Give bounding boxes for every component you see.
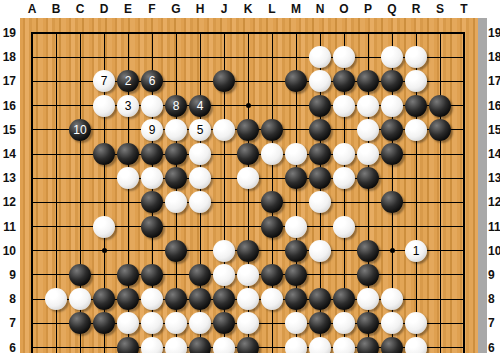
intersection[interactable] <box>284 311 308 335</box>
intersection[interactable]: 3 <box>116 94 140 118</box>
intersection[interactable] <box>404 45 428 69</box>
intersection[interactable] <box>236 118 260 142</box>
intersection[interactable] <box>428 142 452 166</box>
intersection[interactable] <box>452 263 476 287</box>
intersection[interactable] <box>356 21 380 45</box>
intersection[interactable] <box>332 287 356 311</box>
intersection[interactable]: 7 <box>92 69 116 93</box>
grid-line-horizontal <box>236 32 260 34</box>
intersection[interactable] <box>20 335 44 353</box>
intersection[interactable] <box>260 287 284 311</box>
intersection[interactable] <box>116 311 140 335</box>
intersection[interactable] <box>452 311 476 335</box>
intersection[interactable] <box>44 118 68 142</box>
intersection[interactable] <box>68 263 92 287</box>
intersection[interactable] <box>44 69 68 93</box>
move-number-label: 7 <box>101 75 108 87</box>
intersection[interactable] <box>452 287 476 311</box>
intersection[interactable] <box>428 190 452 214</box>
intersection[interactable] <box>92 190 116 214</box>
intersection[interactable] <box>452 21 476 45</box>
intersection[interactable] <box>236 69 260 93</box>
row-label: 16 <box>488 98 500 114</box>
intersection[interactable] <box>20 287 44 311</box>
intersection[interactable] <box>44 263 68 287</box>
intersection[interactable] <box>308 94 332 118</box>
intersection[interactable] <box>20 311 44 335</box>
intersection[interactable] <box>188 263 212 287</box>
row-label: 16 <box>0 98 16 114</box>
intersection[interactable] <box>188 69 212 93</box>
black-stone <box>285 70 307 92</box>
black-stone <box>213 70 235 92</box>
go-board: 72638410951 <box>20 18 478 353</box>
intersection[interactable] <box>68 45 92 69</box>
intersection[interactable] <box>380 69 404 93</box>
intersection[interactable] <box>236 311 260 335</box>
intersection[interactable] <box>404 287 428 311</box>
intersection[interactable] <box>212 311 236 335</box>
intersection[interactable] <box>140 287 164 311</box>
intersection[interactable] <box>212 94 236 118</box>
intersection[interactable] <box>260 94 284 118</box>
intersection[interactable] <box>140 94 164 118</box>
intersection[interactable] <box>92 118 116 142</box>
intersection[interactable] <box>284 287 308 311</box>
intersection[interactable] <box>332 335 356 353</box>
intersection[interactable] <box>404 69 428 93</box>
black-stone <box>261 119 283 141</box>
intersection[interactable] <box>140 190 164 214</box>
intersection[interactable] <box>308 311 332 335</box>
intersection[interactable] <box>92 263 116 287</box>
white-stone: 7 <box>93 70 115 92</box>
intersection[interactable] <box>212 287 236 311</box>
intersection[interactable] <box>284 263 308 287</box>
intersection[interactable] <box>356 190 380 214</box>
intersection[interactable] <box>164 263 188 287</box>
intersection[interactable] <box>260 45 284 69</box>
intersection[interactable] <box>44 239 68 263</box>
intersection[interactable] <box>20 69 44 93</box>
intersection[interactable] <box>284 239 308 263</box>
intersection[interactable] <box>380 166 404 190</box>
intersection[interactable] <box>284 45 308 69</box>
intersection[interactable] <box>284 190 308 214</box>
intersection[interactable] <box>164 118 188 142</box>
intersection[interactable] <box>308 263 332 287</box>
intersection[interactable] <box>188 239 212 263</box>
intersection[interactable] <box>20 166 44 190</box>
intersection[interactable]: 10 <box>68 118 92 142</box>
intersection[interactable] <box>44 287 68 311</box>
intersection[interactable] <box>380 118 404 142</box>
intersection[interactable] <box>20 118 44 142</box>
grid-line-vertical <box>56 335 57 353</box>
intersection[interactable] <box>44 190 68 214</box>
intersection[interactable] <box>236 263 260 287</box>
intersection[interactable] <box>140 21 164 45</box>
intersection[interactable] <box>92 287 116 311</box>
intersection[interactable] <box>140 215 164 239</box>
intersection[interactable] <box>380 215 404 239</box>
intersection[interactable] <box>308 118 332 142</box>
intersection[interactable] <box>44 142 68 166</box>
column-label: G <box>164 1 188 17</box>
intersection[interactable] <box>356 69 380 93</box>
intersection[interactable] <box>332 142 356 166</box>
intersection[interactable] <box>356 287 380 311</box>
grid-line-horizontal <box>31 250 44 251</box>
intersection[interactable] <box>308 239 332 263</box>
intersection[interactable] <box>236 287 260 311</box>
intersection[interactable] <box>212 21 236 45</box>
intersection[interactable] <box>164 239 188 263</box>
intersection[interactable] <box>68 69 92 93</box>
intersection[interactable]: 4 <box>188 94 212 118</box>
intersection[interactable] <box>428 21 452 45</box>
intersection[interactable] <box>332 69 356 93</box>
intersection[interactable]: 8 <box>164 94 188 118</box>
intersection[interactable] <box>308 142 332 166</box>
intersection[interactable] <box>68 166 92 190</box>
intersection[interactable] <box>20 239 44 263</box>
intersection[interactable] <box>380 287 404 311</box>
white-stone <box>405 70 427 92</box>
intersection[interactable] <box>20 190 44 214</box>
intersection[interactable] <box>44 21 68 45</box>
intersection[interactable] <box>284 215 308 239</box>
intersection[interactable] <box>140 239 164 263</box>
intersection[interactable] <box>284 335 308 353</box>
intersection[interactable] <box>140 335 164 353</box>
intersection[interactable] <box>380 45 404 69</box>
intersection[interactable] <box>356 166 380 190</box>
grid-line-horizontal <box>284 202 308 203</box>
intersection[interactable] <box>116 239 140 263</box>
intersection[interactable] <box>164 215 188 239</box>
intersection[interactable] <box>332 239 356 263</box>
intersection[interactable]: 2 <box>116 69 140 93</box>
intersection[interactable] <box>68 335 92 353</box>
intersection[interactable] <box>332 94 356 118</box>
intersection[interactable] <box>236 190 260 214</box>
intersection[interactable] <box>188 215 212 239</box>
intersection[interactable] <box>68 21 92 45</box>
intersection[interactable] <box>452 335 476 353</box>
intersection[interactable] <box>188 45 212 69</box>
intersection[interactable] <box>68 94 92 118</box>
intersection[interactable] <box>260 311 284 335</box>
intersection[interactable] <box>452 45 476 69</box>
intersection[interactable] <box>308 21 332 45</box>
intersection[interactable]: 1 <box>404 239 428 263</box>
intersection[interactable] <box>332 118 356 142</box>
intersection[interactable] <box>404 142 428 166</box>
intersection[interactable] <box>164 45 188 69</box>
intersection[interactable] <box>116 215 140 239</box>
intersection[interactable] <box>332 21 356 45</box>
intersection[interactable] <box>260 118 284 142</box>
intersection[interactable] <box>212 335 236 353</box>
intersection[interactable] <box>356 311 380 335</box>
intersection[interactable] <box>284 69 308 93</box>
intersection[interactable] <box>116 190 140 214</box>
intersection[interactable] <box>404 215 428 239</box>
intersection[interactable] <box>356 263 380 287</box>
intersection[interactable] <box>260 215 284 239</box>
intersection[interactable] <box>212 69 236 93</box>
grid-line-horizontal <box>116 32 140 34</box>
intersection[interactable] <box>428 166 452 190</box>
intersection[interactable] <box>404 21 428 45</box>
intersection[interactable] <box>308 69 332 93</box>
intersection[interactable] <box>236 142 260 166</box>
intersection[interactable] <box>44 166 68 190</box>
intersection[interactable] <box>68 190 92 214</box>
intersection[interactable] <box>92 166 116 190</box>
intersection[interactable] <box>404 190 428 214</box>
intersection[interactable] <box>284 94 308 118</box>
white-stone <box>285 143 307 165</box>
intersection[interactable] <box>308 287 332 311</box>
intersection[interactable] <box>92 215 116 239</box>
intersection[interactable] <box>140 311 164 335</box>
intersection[interactable]: 9 <box>140 118 164 142</box>
row-label: 13 <box>0 170 16 186</box>
intersection[interactable] <box>116 45 140 69</box>
intersection[interactable] <box>380 190 404 214</box>
intersection[interactable] <box>428 239 452 263</box>
intersection[interactable] <box>92 21 116 45</box>
intersection[interactable] <box>92 45 116 69</box>
intersection[interactable] <box>92 142 116 166</box>
intersection[interactable] <box>428 287 452 311</box>
intersection[interactable] <box>188 311 212 335</box>
intersection[interactable] <box>332 311 356 335</box>
intersection[interactable] <box>236 166 260 190</box>
intersection[interactable] <box>68 239 92 263</box>
intersection[interactable] <box>380 239 404 263</box>
intersection[interactable] <box>332 263 356 287</box>
intersection[interactable] <box>164 287 188 311</box>
intersection[interactable] <box>188 335 212 353</box>
intersection[interactable] <box>428 118 452 142</box>
intersection[interactable] <box>212 118 236 142</box>
column-label: C <box>68 1 92 17</box>
intersection[interactable] <box>260 142 284 166</box>
intersection[interactable] <box>332 190 356 214</box>
intersection[interactable] <box>20 142 44 166</box>
intersection[interactable]: 6 <box>140 69 164 93</box>
intersection[interactable] <box>116 166 140 190</box>
intersection[interactable] <box>260 263 284 287</box>
intersection[interactable] <box>20 45 44 69</box>
intersection[interactable] <box>260 190 284 214</box>
intersection[interactable] <box>236 335 260 353</box>
intersection[interactable] <box>236 94 260 118</box>
intersection[interactable] <box>356 239 380 263</box>
intersection[interactable] <box>380 142 404 166</box>
intersection[interactable] <box>212 215 236 239</box>
intersection[interactable] <box>260 166 284 190</box>
intersection[interactable] <box>188 21 212 45</box>
intersection[interactable] <box>452 94 476 118</box>
grid-line-horizontal <box>68 105 92 106</box>
intersection[interactable] <box>116 335 140 353</box>
white-stone <box>165 312 187 334</box>
intersection[interactable] <box>140 142 164 166</box>
intersection[interactable] <box>428 215 452 239</box>
intersection[interactable] <box>332 166 356 190</box>
intersection[interactable] <box>68 142 92 166</box>
intersection[interactable] <box>428 45 452 69</box>
intersection[interactable] <box>236 21 260 45</box>
intersection[interactable] <box>356 215 380 239</box>
intersection[interactable] <box>428 311 452 335</box>
intersection[interactable] <box>92 94 116 118</box>
intersection[interactable] <box>332 215 356 239</box>
intersection[interactable] <box>212 45 236 69</box>
intersection[interactable] <box>428 335 452 353</box>
white-stone <box>285 216 307 238</box>
intersection[interactable] <box>164 311 188 335</box>
intersection[interactable] <box>188 166 212 190</box>
intersection[interactable] <box>236 215 260 239</box>
white-stone: 5 <box>189 119 211 141</box>
intersection[interactable] <box>140 45 164 69</box>
intersection[interactable] <box>260 21 284 45</box>
intersection[interactable] <box>44 45 68 69</box>
intersection[interactable] <box>380 94 404 118</box>
intersection[interactable] <box>428 263 452 287</box>
intersection[interactable] <box>44 215 68 239</box>
intersection[interactable] <box>452 118 476 142</box>
intersection[interactable] <box>404 94 428 118</box>
intersection[interactable] <box>20 263 44 287</box>
intersection[interactable] <box>260 239 284 263</box>
intersection[interactable] <box>116 142 140 166</box>
intersection[interactable] <box>452 142 476 166</box>
row-label: 14 <box>488 146 500 162</box>
grid-line-horizontal <box>140 250 164 251</box>
intersection[interactable] <box>44 94 68 118</box>
intersection[interactable] <box>452 190 476 214</box>
intersection[interactable] <box>236 45 260 69</box>
intersection[interactable] <box>116 287 140 311</box>
intersection[interactable] <box>212 239 236 263</box>
intersection[interactable] <box>380 335 404 353</box>
intersection[interactable] <box>308 166 332 190</box>
intersection[interactable] <box>68 215 92 239</box>
intersection[interactable] <box>44 311 68 335</box>
intersection[interactable] <box>116 263 140 287</box>
intersection[interactable] <box>164 69 188 93</box>
grid-line-horizontal <box>212 57 236 58</box>
intersection[interactable] <box>380 311 404 335</box>
grid-line-horizontal <box>31 154 44 155</box>
intersection[interactable] <box>164 166 188 190</box>
intersection[interactable] <box>68 287 92 311</box>
intersection[interactable] <box>380 263 404 287</box>
intersection[interactable] <box>68 311 92 335</box>
intersection[interactable] <box>260 335 284 353</box>
intersection[interactable] <box>308 45 332 69</box>
intersection[interactable] <box>404 118 428 142</box>
intersection[interactable] <box>404 335 428 353</box>
intersection[interactable]: 5 <box>188 118 212 142</box>
intersection[interactable] <box>284 166 308 190</box>
intersection[interactable] <box>332 45 356 69</box>
intersection[interactable] <box>452 166 476 190</box>
intersection[interactable] <box>164 335 188 353</box>
intersection[interactable] <box>404 263 428 287</box>
intersection[interactable] <box>404 311 428 335</box>
grid-line-horizontal <box>452 274 465 275</box>
white-stone <box>381 312 403 334</box>
white-stone <box>141 288 163 310</box>
intersection[interactable] <box>140 166 164 190</box>
intersection[interactable] <box>356 142 380 166</box>
intersection[interactable] <box>20 21 44 45</box>
intersection[interactable] <box>308 190 332 214</box>
intersection[interactable] <box>188 190 212 214</box>
intersection[interactable] <box>164 190 188 214</box>
intersection[interactable] <box>116 21 140 45</box>
intersection[interactable] <box>212 142 236 166</box>
intersection[interactable] <box>188 287 212 311</box>
intersection[interactable] <box>428 69 452 93</box>
intersection[interactable] <box>236 239 260 263</box>
intersection[interactable] <box>356 94 380 118</box>
intersection[interactable] <box>308 215 332 239</box>
intersection[interactable] <box>212 263 236 287</box>
intersection[interactable] <box>92 239 116 263</box>
intersection[interactable] <box>140 263 164 287</box>
intersection[interactable] <box>356 118 380 142</box>
intersection[interactable] <box>92 311 116 335</box>
intersection[interactable] <box>44 335 68 353</box>
black-stone <box>309 95 331 117</box>
intersection[interactable] <box>356 45 380 69</box>
intersection[interactable] <box>356 335 380 353</box>
intersection[interactable] <box>380 21 404 45</box>
intersection[interactable] <box>164 142 188 166</box>
intersection[interactable] <box>164 21 188 45</box>
grid-line-horizontal <box>31 274 44 275</box>
intersection[interactable] <box>284 118 308 142</box>
intersection[interactable] <box>260 69 284 93</box>
intersection[interactable] <box>404 166 428 190</box>
intersection[interactable] <box>212 190 236 214</box>
intersection[interactable] <box>20 215 44 239</box>
grid-line-horizontal <box>284 129 308 130</box>
intersection[interactable] <box>116 118 140 142</box>
star-point <box>246 103 251 108</box>
intersection[interactable] <box>20 94 44 118</box>
intersection[interactable] <box>452 69 476 93</box>
intersection[interactable] <box>284 21 308 45</box>
intersection[interactable] <box>188 142 212 166</box>
intersection[interactable] <box>284 142 308 166</box>
intersection[interactable] <box>212 166 236 190</box>
intersection[interactable] <box>308 335 332 353</box>
grid-line-horizontal <box>92 202 116 203</box>
intersection[interactable] <box>452 239 476 263</box>
intersection[interactable] <box>452 215 476 239</box>
intersection[interactable] <box>92 335 116 353</box>
intersection[interactable] <box>428 94 452 118</box>
